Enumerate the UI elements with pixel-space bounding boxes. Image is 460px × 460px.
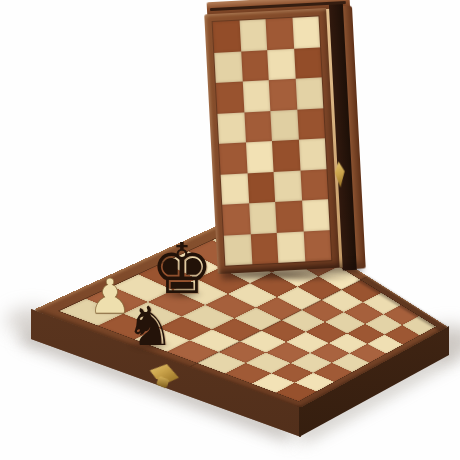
folded-board-square (274, 170, 302, 202)
folded-board-square (272, 140, 300, 172)
folded-board-square (275, 201, 303, 233)
folded-board-square (239, 19, 267, 51)
folded-board-square (269, 79, 297, 111)
piece-shadow (92, 302, 128, 313)
folded-board-square (303, 230, 331, 262)
folded-board-face (204, 8, 339, 274)
piece-shadow (128, 339, 172, 351)
folded-board-square (249, 202, 277, 234)
folded-board-square (244, 111, 272, 143)
folded-board-square (298, 138, 326, 170)
folded-board-square (245, 141, 273, 173)
piece-shadow (160, 288, 204, 300)
folded-board-square (270, 109, 298, 141)
folded-board-square (214, 51, 242, 83)
folded-board-square (300, 169, 328, 201)
folded-board-grid (213, 16, 332, 265)
folded-board-square (294, 47, 322, 79)
folded-board-square (292, 16, 320, 48)
folded-board-square (224, 234, 252, 266)
folded-board-square (241, 50, 269, 82)
folded-board-square (267, 48, 295, 80)
folded-board-square (213, 21, 241, 53)
folded-board-square (295, 77, 323, 109)
folded-board-square (222, 203, 250, 235)
folded-board-square (266, 18, 294, 50)
folded-board-square (217, 112, 245, 144)
folded-board-square (302, 199, 330, 231)
folded-board-square (277, 231, 305, 263)
folded-board-square (250, 232, 278, 264)
folded-board-square (216, 82, 244, 114)
folded-board-square (219, 142, 247, 174)
product-photo-scene: ♚ ♟ ♞ (0, 0, 460, 460)
folded-board-square (242, 80, 270, 112)
folded-board-square (221, 173, 249, 205)
folded-chessboard (204, 0, 370, 280)
folded-board-square (297, 108, 325, 140)
folded-board-square (247, 172, 275, 204)
